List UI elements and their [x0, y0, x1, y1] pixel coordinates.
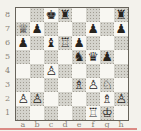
square-f4 — [86, 64, 100, 78]
square-a4 — [16, 64, 30, 78]
square-b6 — [30, 36, 44, 50]
square-e5: ♞ — [72, 50, 86, 64]
square-e7 — [72, 22, 86, 36]
piece-white-bishop: ♗ — [73, 78, 84, 92]
square-h3 — [114, 78, 128, 92]
square-h4 — [114, 64, 128, 78]
piece-white-pawn: ♙ — [115, 92, 126, 106]
square-d8: ♜ — [58, 8, 72, 22]
square-e6: ♟ — [72, 36, 86, 50]
square-h7: ♟ — [114, 22, 128, 36]
square-c7 — [44, 22, 58, 36]
square-a6: ♟ — [16, 36, 30, 50]
square-e1 — [72, 106, 86, 120]
piece-black-pawn: ♟ — [101, 50, 112, 64]
square-g3: ♘ — [100, 78, 114, 92]
rank-label-8: 8 — [3, 8, 12, 22]
piece-black-rook: ♜ — [115, 8, 126, 22]
piece-white-queen: ♕ — [17, 22, 28, 36]
square-d1 — [58, 106, 72, 120]
square-g2: ♗ — [100, 92, 114, 106]
square-c8: ♚ — [44, 8, 58, 22]
piece-white-king: ♔ — [101, 106, 112, 120]
square-g7 — [100, 22, 114, 36]
piece-black-pawn: ♟ — [115, 22, 126, 36]
piece-white-bishop: ♗ — [101, 92, 112, 106]
piece-black-pawn: ♟ — [73, 36, 84, 50]
square-g1: ♔ — [100, 106, 114, 120]
piece-white-rook: ♖ — [59, 36, 70, 50]
square-c1 — [44, 106, 58, 120]
square-g8 — [100, 8, 114, 22]
square-a7: ♕ — [16, 22, 30, 36]
piece-black-pawn: ♟ — [87, 22, 98, 36]
square-h8: ♜ — [114, 8, 128, 22]
rank-labels: 87654321 — [3, 8, 12, 120]
square-b3 — [30, 78, 44, 92]
square-f8 — [86, 8, 100, 22]
square-a5 — [16, 50, 30, 64]
square-g4 — [100, 64, 114, 78]
square-b1 — [30, 106, 44, 120]
square-f2 — [86, 92, 100, 106]
square-a8 — [16, 8, 30, 22]
square-d5 — [58, 50, 72, 64]
square-c5 — [44, 50, 58, 64]
square-e2 — [72, 92, 86, 106]
rank-label-1: 1 — [3, 106, 12, 120]
square-f7: ♟ — [86, 22, 100, 36]
square-f5: ♛ — [86, 50, 100, 64]
square-b8 — [30, 8, 44, 22]
piece-white-rook: ♖ — [87, 106, 98, 120]
square-g6 — [100, 36, 114, 50]
rank-label-3: 3 — [3, 78, 12, 92]
square-h6 — [114, 36, 128, 50]
square-a2: ♙ — [16, 92, 30, 106]
square-f1: ♖ — [86, 106, 100, 120]
square-e4 — [72, 64, 86, 78]
piece-white-pawn: ♙ — [45, 64, 56, 78]
piece-black-pawn: ♟ — [17, 36, 28, 50]
rank-label-7: 7 — [3, 22, 12, 36]
piece-white-pawn: ♙ — [87, 78, 98, 92]
rank-label-2: 2 — [3, 92, 12, 106]
piece-black-queen: ♛ — [87, 50, 98, 64]
piece-black-king: ♚ — [45, 8, 56, 22]
square-f3: ♙ — [86, 78, 100, 92]
piece-white-pawn: ♙ — [31, 92, 42, 106]
square-d6: ♖ — [58, 36, 72, 50]
piece-white-knight: ♘ — [101, 78, 112, 92]
square-e3: ♗ — [72, 78, 86, 92]
square-h5 — [114, 50, 128, 64]
square-e8 — [72, 8, 86, 22]
square-h1 — [114, 106, 128, 120]
square-d2 — [58, 92, 72, 106]
square-h2: ♙ — [114, 92, 128, 106]
piece-black-rook: ♜ — [59, 8, 70, 22]
piece-white-pawn: ♙ — [17, 92, 28, 106]
square-d3 — [58, 78, 72, 92]
square-b7: ♟ — [30, 22, 44, 36]
square-a1 — [16, 106, 30, 120]
square-d7 — [58, 22, 72, 36]
scanned-chess-diagram: 87654321 ♚♜♜♕♟♟♟♟♝♖♟♞♛♟♙♗♙♘♙♙♗♙♖♔ abcdef… — [0, 0, 141, 131]
rank-label-5: 5 — [3, 50, 12, 64]
square-g5: ♟ — [100, 50, 114, 64]
rank-label-6: 6 — [3, 36, 12, 50]
rank-label-4: 4 — [3, 64, 12, 78]
square-c6: ♝ — [44, 36, 58, 50]
red-underline — [0, 128, 137, 130]
square-b5 — [30, 50, 44, 64]
square-c2 — [44, 92, 58, 106]
square-b2: ♙ — [30, 92, 44, 106]
piece-black-pawn: ♟ — [31, 22, 42, 36]
square-c3 — [44, 78, 58, 92]
square-f6 — [86, 36, 100, 50]
square-b4 — [30, 64, 44, 78]
piece-black-knight: ♞ — [73, 50, 84, 64]
square-c4: ♙ — [44, 64, 58, 78]
square-a3 — [16, 78, 30, 92]
chess-board: ♚♜♜♕♟♟♟♟♝♖♟♞♛♟♙♗♙♘♙♙♗♙♖♔ — [15, 7, 129, 121]
piece-black-bishop: ♝ — [45, 36, 56, 50]
square-d4 — [58, 64, 72, 78]
